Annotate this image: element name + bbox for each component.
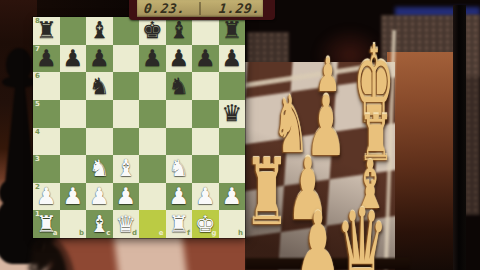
square-d4[interactable] [113,128,140,156]
square-b8[interactable] [60,17,87,45]
square-a6[interactable]: 6 [33,72,60,100]
piece-black-king[interactable]: ♚ [142,19,163,42]
square-a8[interactable]: 8♜ [33,17,60,45]
square-f7[interactable]: ♟ [166,45,193,73]
rank-label-5: 5 [35,101,40,108]
square-c2[interactable]: ♟ [86,183,113,211]
piece-black-knight[interactable]: ♞ [89,75,110,98]
square-d2[interactable]: ♟ [113,183,140,211]
square-b2[interactable]: ♟ [60,183,87,211]
square-b4[interactable] [60,128,87,156]
square-d1[interactable]: d♛ [113,210,140,238]
square-d5[interactable] [113,100,140,128]
square-d3[interactable]: ♝ [113,155,140,183]
square-f3[interactable]: ♞ [166,155,193,183]
rank-label-6: 6 [35,73,40,80]
square-c4[interactable] [86,128,113,156]
carpet-patch-left [247,32,289,66]
square-e7[interactable]: ♟ [139,45,166,73]
square-b3[interactable] [60,155,87,183]
square-e1[interactable]: e [139,210,166,238]
square-g4[interactable] [192,128,219,156]
piece-black-bishop[interactable]: ♝ [89,19,110,42]
piece-white-pawn[interactable]: ♟ [195,185,216,208]
piece-black-pawn[interactable]: ♟ [142,47,163,70]
square-c5[interactable] [86,100,113,128]
video-frame: ♟♚♞♟♜♝♜♟♟♛♞ 8♜♝♚♝♜7♟♟♟♟♟♟♟6♞♞5♛43♞♝♞2♟♟♟… [0,0,480,270]
piece-white-pawn[interactable]: ♟ [62,185,83,208]
square-h3[interactable] [219,155,246,183]
board-shading [245,62,395,270]
square-a4[interactable]: 4 [33,128,60,156]
piece-white-king[interactable]: ♚ [195,213,216,236]
square-c3[interactable]: ♞ [86,155,113,183]
wooden-board-edge [387,52,459,270]
square-c8[interactable]: ♝ [86,17,113,45]
rank-label-3: 3 [35,156,40,163]
square-f5[interactable] [166,100,193,128]
table-shadow [245,258,410,270]
piece-black-queen[interactable]: ♛ [221,102,242,125]
clock-lcd-panel: 0.23. 1.29. [137,0,263,17]
square-e4[interactable] [139,128,166,156]
square-a2[interactable]: 2♟ [33,183,60,211]
square-e2[interactable] [139,183,166,211]
piece-white-queen[interactable]: ♛ [115,213,136,236]
file-label-e: e [159,230,164,237]
piece-black-pawn[interactable]: ♟ [62,47,83,70]
clock-left-time: 0.23. [143,1,186,16]
piece-black-rook[interactable]: ♜ [221,19,242,42]
square-h1[interactable]: h [219,210,246,238]
piece-white-pawn[interactable]: ♟ [89,185,110,208]
piece-black-pawn[interactable]: ♟ [168,47,189,70]
piece-black-bishop[interactable]: ♝ [168,19,189,42]
piece-black-pawn[interactable]: ♟ [221,47,242,70]
square-h7[interactable]: ♟ [219,45,246,73]
square-h4[interactable] [219,128,246,156]
piece-black-pawn[interactable]: ♟ [89,47,110,70]
physical-board-photo [245,0,480,270]
square-b1[interactable]: b [60,210,87,238]
square-g6[interactable] [192,72,219,100]
square-g7[interactable]: ♟ [192,45,219,73]
square-a3[interactable]: 3 [33,155,60,183]
square-h5[interactable]: ♛ [219,100,246,128]
piece-body [3,84,37,186]
piece-white-pawn[interactable]: ♟ [221,185,242,208]
piece-white-knight[interactable]: ♞ [89,157,110,180]
square-b6[interactable] [60,72,87,100]
square-h8[interactable]: ♜ [219,17,246,45]
piece-white-rook[interactable]: ♜ [36,213,57,236]
piece-white-knight[interactable]: ♞ [168,157,189,180]
square-a5[interactable]: 5 [33,100,60,128]
square-f4[interactable] [166,128,193,156]
square-a1[interactable]: 1a♜ [33,210,60,238]
square-f1[interactable]: f♜ [166,210,193,238]
piece-white-rook[interactable]: ♜ [168,213,189,236]
square-c7[interactable]: ♟ [86,45,113,73]
piece-white-bishop[interactable]: ♝ [115,157,136,180]
rank-label-4: 4 [35,129,40,136]
digital-board[interactable]: 8♜♝♚♝♜7♟♟♟♟♟♟♟6♞♞5♛43♞♝♞2♟♟♟♟♟♟♟1a♜bc♝d♛… [33,17,245,238]
chess-clock: 0.23. 1.29. [129,0,275,20]
square-a7[interactable]: 7♟ [33,45,60,73]
square-e8[interactable]: ♚ [139,17,166,45]
file-label-b: b [79,230,84,237]
square-d8[interactable] [113,17,140,45]
piece-black-pawn[interactable]: ♟ [36,47,57,70]
square-f2[interactable]: ♟ [166,183,193,211]
piece-black-pawn[interactable]: ♟ [195,47,216,70]
square-e5[interactable] [139,100,166,128]
square-f8[interactable]: ♝ [166,17,193,45]
square-e6[interactable] [139,72,166,100]
square-d7[interactable] [113,45,140,73]
piece-white-pawn[interactable]: ♟ [168,185,189,208]
clock-right-time: 1.29. [219,1,262,16]
piece-white-pawn[interactable]: ♟ [115,185,136,208]
square-c6[interactable]: ♞ [86,72,113,100]
square-g8[interactable] [192,17,219,45]
square-g3[interactable] [192,155,219,183]
physical-chessboard [245,62,395,270]
dark-pole [453,5,466,270]
square-b5[interactable] [60,100,87,128]
square-g1[interactable]: g♚ [192,210,219,238]
piece-black-rook[interactable]: ♜ [36,19,57,42]
square-b7[interactable]: ♟ [60,45,87,73]
square-g2[interactable]: ♟ [192,183,219,211]
square-f6[interactable]: ♞ [166,72,193,100]
piece-black-knight[interactable]: ♞ [168,75,189,98]
clock-divider [199,2,201,15]
square-d6[interactable] [113,72,140,100]
square-g5[interactable] [192,100,219,128]
file-label-h: h [238,230,243,237]
square-h2[interactable]: ♟ [219,183,246,211]
square-h6[interactable] [219,72,246,100]
piece-white-bishop[interactable]: ♝ [89,213,110,236]
square-c1[interactable]: c♝ [86,210,113,238]
piece-white-pawn[interactable]: ♟ [36,185,57,208]
square-e3[interactable] [139,155,166,183]
